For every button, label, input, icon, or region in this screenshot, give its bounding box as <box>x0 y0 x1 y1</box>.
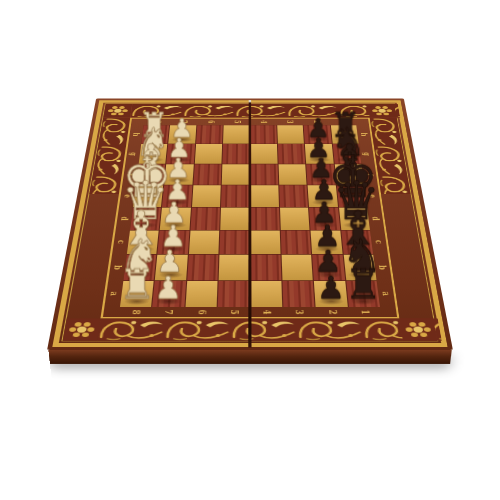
coord-file-left-h: h <box>117 131 154 138</box>
coord-rank-back-6: 6 <box>204 115 217 129</box>
coord-rank-back-8: 8 <box>150 115 164 129</box>
coord-file-right-g: g <box>348 151 386 158</box>
scene: 87654321 87654321 hgfedcba hgfedcba ♜♟♟♜… <box>0 0 500 500</box>
coord-rank-back-4: 4 <box>257 115 270 129</box>
square-a1[interactable]: ♜ <box>346 281 380 307</box>
coord-file-left-g: g <box>114 151 152 158</box>
box-front-edge <box>48 350 452 364</box>
coord-rank-back-5: 5 <box>230 115 243 129</box>
coord-rank-back-1: 1 <box>336 115 350 129</box>
coord-file-right-h: h <box>346 131 383 138</box>
square-a8[interactable]: ♜ <box>120 281 154 307</box>
piece-white-rook[interactable]: ♜ <box>78 265 196 304</box>
piece-black-rook[interactable]: ♜ <box>302 265 424 304</box>
coord-rank-back-2: 2 <box>309 115 323 129</box>
chess-board-box: 87654321 87654321 hgfedcba hgfedcba ♜♟♟♜… <box>47 99 453 350</box>
photo-background: 87654321 87654321 hgfedcba hgfedcba ♜♟♟♜… <box>0 0 500 500</box>
coord-rank-back-3: 3 <box>283 115 296 129</box>
coord-rank-back-7: 7 <box>177 115 191 129</box>
